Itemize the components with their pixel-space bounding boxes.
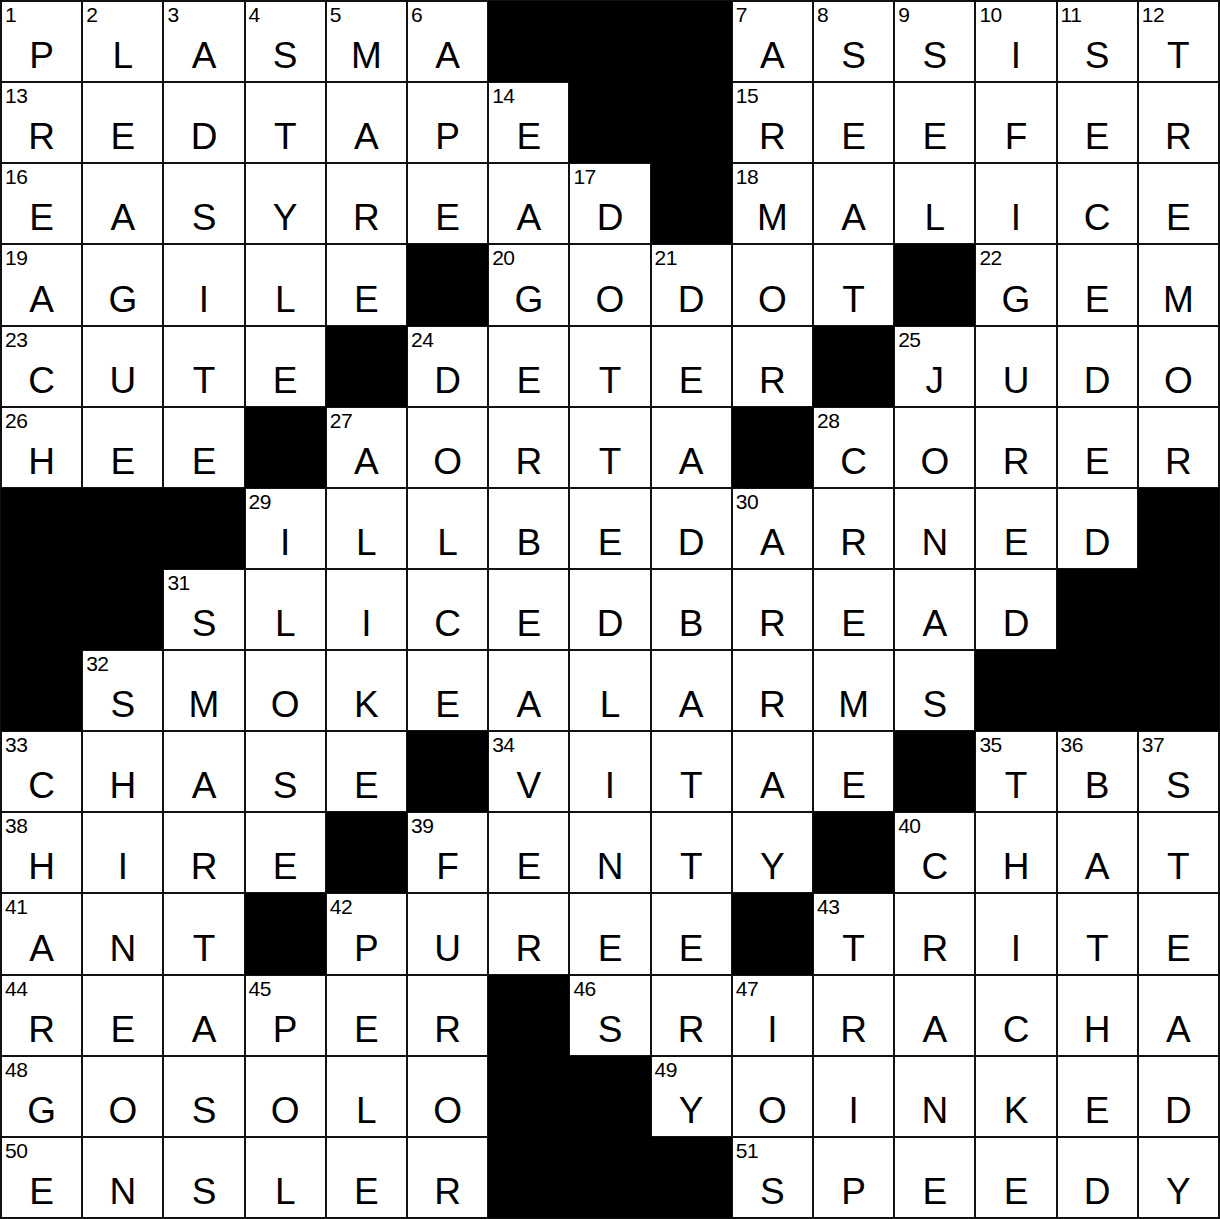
cell-letter: A <box>408 37 487 74</box>
cell-r2c10[interactable]: 15R <box>732 82 813 163</box>
cell-letter: E <box>652 362 731 399</box>
cell-r2c2[interactable]: E <box>82 82 163 163</box>
cell-r10c3[interactable]: A <box>163 731 244 812</box>
cell-r3c14[interactable]: C <box>1057 163 1138 244</box>
cell-r11c9[interactable]: T <box>651 812 732 893</box>
cell-r1c5[interactable]: 5M <box>326 1 407 82</box>
cell-r11c13[interactable]: H <box>975 812 1056 893</box>
cell-r3c1[interactable]: 16E <box>1 163 82 244</box>
cell-r10c10[interactable]: A <box>732 731 813 812</box>
cell-letter: A <box>489 199 568 236</box>
cell-letter: D <box>408 362 487 399</box>
block-cell-r1c8 <box>569 1 650 82</box>
cell-letter: M <box>1139 281 1218 318</box>
cell-r2c14[interactable]: E <box>1057 82 1138 163</box>
cell-r15c1[interactable]: 50E <box>1 1137 82 1218</box>
clue-number: 43 <box>817 894 839 919</box>
cell-r6c6[interactable]: O <box>407 407 488 488</box>
cell-r12c15[interactable]: E <box>1138 893 1219 974</box>
block-cell-r15c9 <box>651 1137 732 1218</box>
clue-number: 21 <box>655 245 677 270</box>
cell-r9c12[interactable]: S <box>894 650 975 731</box>
cell-r10c9[interactable]: T <box>651 731 732 812</box>
cell-letter: E <box>489 118 568 155</box>
cell-r15c14[interactable]: D <box>1057 1137 1138 1218</box>
cell-r7c10[interactable]: 30A <box>732 488 813 569</box>
cell-r5c3[interactable]: T <box>163 326 244 407</box>
cell-r11c8[interactable]: N <box>569 812 650 893</box>
cell-r5c10[interactable]: R <box>732 326 813 407</box>
cell-r14c5[interactable]: L <box>326 1056 407 1137</box>
cell-letter: P <box>327 930 406 967</box>
cell-r3c13[interactable]: I <box>975 163 1056 244</box>
cell-r9c7[interactable]: A <box>488 650 569 731</box>
cell-letter: I <box>327 605 406 642</box>
cell-r8c10[interactable]: R <box>732 569 813 650</box>
cell-r3c15[interactable]: E <box>1138 163 1219 244</box>
cell-r15c4[interactable]: L <box>245 1137 326 1218</box>
block-cell-r2c9 <box>651 82 732 163</box>
cell-r9c8[interactable]: L <box>569 650 650 731</box>
cell-letter: A <box>1058 848 1137 885</box>
cell-letter: E <box>327 767 406 804</box>
cell-letter: R <box>408 1011 487 1048</box>
cell-r12c8[interactable]: E <box>569 893 650 974</box>
cell-r2c15[interactable]: R <box>1138 82 1219 163</box>
cell-r3c11[interactable]: A <box>813 163 894 244</box>
cell-letter: O <box>246 686 325 723</box>
cell-r9c11[interactable]: M <box>813 650 894 731</box>
cell-r4c8[interactable]: O <box>569 244 650 325</box>
cell-letter: O <box>733 281 812 318</box>
cell-r10c11[interactable]: E <box>813 731 894 812</box>
cell-letter: A <box>814 199 893 236</box>
cell-r3c3[interactable]: S <box>163 163 244 244</box>
cell-r5c8[interactable]: T <box>569 326 650 407</box>
cell-r13c1[interactable]: 44R <box>1 975 82 1056</box>
clue-number: 44 <box>5 976 27 1001</box>
cell-r13c14[interactable]: H <box>1057 975 1138 1056</box>
cell-letter: N <box>83 1173 162 1210</box>
clue-number: 15 <box>736 83 758 108</box>
cell-r3c2[interactable]: A <box>82 163 163 244</box>
cell-r4c4[interactable]: L <box>245 244 326 325</box>
cell-r14c11[interactable]: I <box>813 1056 894 1137</box>
cell-r12c11[interactable]: 43T <box>813 893 894 974</box>
cell-r3c7[interactable]: A <box>488 163 569 244</box>
cell-r15c2[interactable]: N <box>82 1137 163 1218</box>
cell-letter: E <box>1058 1092 1137 1129</box>
cell-r11c14[interactable]: A <box>1057 812 1138 893</box>
cell-r6c2[interactable]: E <box>82 407 163 488</box>
cell-r14c12[interactable]: N <box>894 1056 975 1137</box>
cell-r8c12[interactable]: A <box>894 569 975 650</box>
cell-r10c7[interactable]: 34V <box>488 731 569 812</box>
cell-r8c7[interactable]: E <box>488 569 569 650</box>
cell-r8c8[interactable]: D <box>569 569 650 650</box>
cell-letter: E <box>246 362 325 399</box>
cell-r13c8[interactable]: 46S <box>569 975 650 1056</box>
cell-r12c14[interactable]: T <box>1057 893 1138 974</box>
cell-r8c11[interactable]: E <box>813 569 894 650</box>
cell-r6c5[interactable]: 27A <box>326 407 407 488</box>
cell-r11c15[interactable]: T <box>1138 812 1219 893</box>
cell-r15c15[interactable]: Y <box>1138 1137 1219 1218</box>
cell-r6c13[interactable]: R <box>975 407 1056 488</box>
cell-r9c3[interactable]: M <box>163 650 244 731</box>
cell-r12c9[interactable]: E <box>651 893 732 974</box>
cell-letter: C <box>895 848 974 885</box>
clue-number: 35 <box>979 732 1001 757</box>
cell-r15c3[interactable]: S <box>163 1137 244 1218</box>
cell-r3c4[interactable]: Y <box>245 163 326 244</box>
cell-letter: Y <box>1139 1173 1218 1210</box>
cell-letter: R <box>1139 118 1218 155</box>
cell-r7c12[interactable]: N <box>894 488 975 569</box>
cell-letter: R <box>327 199 406 236</box>
cell-r1c15[interactable]: 12T <box>1138 1 1219 82</box>
cell-r14c6[interactable]: O <box>407 1056 488 1137</box>
cell-r15c11[interactable]: P <box>813 1137 894 1218</box>
cell-r5c1[interactable]: 23C <box>1 326 82 407</box>
cell-r1c1[interactable]: 1P <box>1 1 82 82</box>
clue-number: 48 <box>5 1057 27 1082</box>
block-cell-r8c1 <box>1 569 82 650</box>
cell-letter: E <box>814 767 893 804</box>
cell-r5c6[interactable]: 24D <box>407 326 488 407</box>
cell-letter: L <box>895 199 974 236</box>
cell-letter: R <box>2 118 81 155</box>
cell-r11c1[interactable]: 38H <box>1 812 82 893</box>
cell-letter: L <box>408 524 487 561</box>
cell-r8c9[interactable]: B <box>651 569 732 650</box>
cell-r12c7[interactable]: R <box>488 893 569 974</box>
cell-r8c6[interactable]: C <box>407 569 488 650</box>
cell-r12c5[interactable]: 42P <box>326 893 407 974</box>
cell-r4c5[interactable]: E <box>326 244 407 325</box>
cell-letter: Y <box>652 1092 731 1129</box>
cell-letter: O <box>733 1092 812 1129</box>
cell-r13c3[interactable]: A <box>163 975 244 1056</box>
cell-letter: L <box>327 1092 406 1129</box>
clue-number: 39 <box>411 813 433 838</box>
cell-r6c12[interactable]: O <box>894 407 975 488</box>
cell-r5c13[interactable]: U <box>975 326 1056 407</box>
cell-r12c13[interactable]: I <box>975 893 1056 974</box>
cell-letter: C <box>976 1011 1055 1048</box>
cell-r13c4[interactable]: 45P <box>245 975 326 1056</box>
block-cell-r11c5 <box>326 812 407 893</box>
cell-r15c13[interactable]: E <box>975 1137 1056 1218</box>
cell-r1c3[interactable]: 3A <box>163 1 244 82</box>
clue-number: 34 <box>492 732 514 757</box>
cell-r11c3[interactable]: R <box>163 812 244 893</box>
cell-letter: R <box>733 686 812 723</box>
cell-r7c13[interactable]: E <box>975 488 1056 569</box>
cell-r13c10[interactable]: 47I <box>732 975 813 1056</box>
cell-letter: H <box>1058 1011 1137 1048</box>
cell-r13c2[interactable]: E <box>82 975 163 1056</box>
clue-number: 37 <box>1142 732 1164 757</box>
cell-r1c4[interactable]: 4S <box>245 1 326 82</box>
cell-r13c6[interactable]: R <box>407 975 488 1056</box>
cell-r2c1[interactable]: 13R <box>1 82 82 163</box>
cell-r1c14[interactable]: 11S <box>1057 1 1138 82</box>
cell-letter: C <box>2 362 81 399</box>
clue-number: 16 <box>5 164 27 189</box>
cell-letter: E <box>814 118 893 155</box>
cell-r10c13[interactable]: 35T <box>975 731 1056 812</box>
cell-r2c5[interactable]: A <box>326 82 407 163</box>
clue-number: 3 <box>167 2 178 27</box>
clue-number: 8 <box>817 2 828 27</box>
cell-letter: A <box>652 686 731 723</box>
cell-r14c13[interactable]: K <box>975 1056 1056 1137</box>
clue-number: 23 <box>5 327 27 352</box>
cell-letter: T <box>164 362 243 399</box>
cell-letter: A <box>733 524 812 561</box>
cell-letter: M <box>814 686 893 723</box>
cell-r4c10[interactable]: O <box>732 244 813 325</box>
cell-letter: G <box>2 1092 81 1129</box>
cell-r5c7[interactable]: E <box>488 326 569 407</box>
cell-letter: P <box>408 118 487 155</box>
block-cell-r7c15 <box>1138 488 1219 569</box>
cell-r4c3[interactable]: I <box>163 244 244 325</box>
cell-r8c13[interactable]: D <box>975 569 1056 650</box>
cell-letter: E <box>408 686 487 723</box>
cell-r6c11[interactable]: 28C <box>813 407 894 488</box>
cell-r3c10[interactable]: 18M <box>732 163 813 244</box>
cell-letter: D <box>1139 1092 1218 1129</box>
cell-r11c10[interactable]: Y <box>732 812 813 893</box>
clue-number: 1 <box>5 2 16 27</box>
cell-letter: A <box>489 686 568 723</box>
cell-letter: H <box>2 848 81 885</box>
cell-r7c14[interactable]: D <box>1057 488 1138 569</box>
cell-r1c13[interactable]: 10I <box>975 1 1056 82</box>
cell-r1c2[interactable]: 2L <box>82 1 163 82</box>
cell-r2c11[interactable]: E <box>813 82 894 163</box>
cell-letter: D <box>1058 1173 1137 1210</box>
cell-letter: S <box>164 1173 243 1210</box>
cell-r3c8[interactable]: 17D <box>569 163 650 244</box>
clue-number: 31 <box>167 570 189 595</box>
cell-letter: L <box>246 281 325 318</box>
cell-r3c5[interactable]: R <box>326 163 407 244</box>
cell-r15c5[interactable]: E <box>326 1137 407 1218</box>
cell-r13c5[interactable]: E <box>326 975 407 1056</box>
cell-r12c3[interactable]: T <box>163 893 244 974</box>
cell-r2c12[interactable]: E <box>894 82 975 163</box>
cell-r3c6[interactable]: E <box>407 163 488 244</box>
block-cell-r6c10 <box>732 407 813 488</box>
cell-r9c9[interactable]: A <box>651 650 732 731</box>
cell-letter: P <box>246 1011 325 1048</box>
cell-r6c3[interactable]: E <box>163 407 244 488</box>
cell-r14c3[interactable]: S <box>163 1056 244 1137</box>
cell-r6c8[interactable]: T <box>569 407 650 488</box>
cell-letter: O <box>408 1092 487 1129</box>
clue-number: 22 <box>979 245 1001 270</box>
cell-letter: E <box>327 1011 406 1048</box>
clue-number: 40 <box>898 813 920 838</box>
cell-letter: U <box>83 362 162 399</box>
cell-r10c1[interactable]: 33C <box>1 731 82 812</box>
cell-r5c14[interactable]: D <box>1057 326 1138 407</box>
clue-number: 14 <box>492 83 514 108</box>
cell-r9c4[interactable]: O <box>245 650 326 731</box>
cell-r10c8[interactable]: I <box>569 731 650 812</box>
cell-letter: V <box>489 767 568 804</box>
cell-r2c3[interactable]: D <box>163 82 244 163</box>
cell-r2c6[interactable]: P <box>407 82 488 163</box>
cell-r14c2[interactable]: O <box>82 1056 163 1137</box>
cell-r4c9[interactable]: 21D <box>651 244 732 325</box>
cell-r8c3[interactable]: 31S <box>163 569 244 650</box>
cell-r12c2[interactable]: N <box>82 893 163 974</box>
cell-letter: A <box>83 199 162 236</box>
cell-r12c1[interactable]: 41A <box>1 893 82 974</box>
clue-number: 26 <box>5 408 27 433</box>
cell-r5c4[interactable]: E <box>245 326 326 407</box>
cell-letter: Y <box>733 848 812 885</box>
block-cell-r9c15 <box>1138 650 1219 731</box>
cell-r9c6[interactable]: E <box>407 650 488 731</box>
cell-r10c14[interactable]: 36B <box>1057 731 1138 812</box>
cell-letter: J <box>895 362 974 399</box>
cell-r8c4[interactable]: L <box>245 569 326 650</box>
cell-r4c13[interactable]: 22G <box>975 244 1056 325</box>
cell-r6c1[interactable]: 26H <box>1 407 82 488</box>
cell-r13c12[interactable]: A <box>894 975 975 1056</box>
cell-r6c7[interactable]: R <box>488 407 569 488</box>
cell-r15c6[interactable]: R <box>407 1137 488 1218</box>
cell-letter: T <box>1139 848 1218 885</box>
cell-r4c11[interactable]: T <box>813 244 894 325</box>
cell-r13c15[interactable]: A <box>1138 975 1219 1056</box>
cell-r14c14[interactable]: E <box>1057 1056 1138 1137</box>
cell-letter: M <box>733 199 812 236</box>
cell-r2c13[interactable]: F <box>975 82 1056 163</box>
cell-r7c11[interactable]: R <box>813 488 894 569</box>
cell-letter: E <box>489 362 568 399</box>
clue-number: 29 <box>249 489 271 514</box>
cell-r1c10[interactable]: 7A <box>732 1 813 82</box>
cell-r1c12[interactable]: 9S <box>894 1 975 82</box>
cell-r13c13[interactable]: C <box>975 975 1056 1056</box>
cell-r7c9[interactable]: D <box>651 488 732 569</box>
block-cell-r4c6 <box>407 244 488 325</box>
cell-letter: R <box>733 605 812 642</box>
cell-r7c6[interactable]: L <box>407 488 488 569</box>
cell-letter: P <box>2 37 81 74</box>
cell-r15c12[interactable]: E <box>894 1137 975 1218</box>
cell-r6c9[interactable]: A <box>651 407 732 488</box>
cell-r10c4[interactable]: S <box>245 731 326 812</box>
cell-r14c10[interactable]: O <box>732 1056 813 1137</box>
block-cell-r10c12 <box>894 731 975 812</box>
clue-number: 27 <box>330 408 352 433</box>
cell-r9c10[interactable]: R <box>732 650 813 731</box>
cell-r9c2[interactable]: 32S <box>82 650 163 731</box>
cell-r5c15[interactable]: O <box>1138 326 1219 407</box>
cell-letter: G <box>83 281 162 318</box>
cell-r2c4[interactable]: T <box>245 82 326 163</box>
cell-r10c5[interactable]: E <box>326 731 407 812</box>
cell-r8c5[interactable]: I <box>326 569 407 650</box>
cell-r1c11[interactable]: 8S <box>813 1 894 82</box>
cell-r4c2[interactable]: G <box>82 244 163 325</box>
cell-letter: R <box>164 848 243 885</box>
cell-letter: T <box>652 767 731 804</box>
cell-letter: E <box>1139 199 1218 236</box>
block-cell-r13c7 <box>488 975 569 1056</box>
cell-r11c12[interactable]: 40C <box>894 812 975 893</box>
cell-r11c7[interactable]: E <box>488 812 569 893</box>
cell-r5c12[interactable]: 25J <box>894 326 975 407</box>
block-cell-r15c7 <box>488 1137 569 1218</box>
cell-r12c12[interactable]: R <box>894 893 975 974</box>
cell-r10c2[interactable]: H <box>82 731 163 812</box>
cell-r6c14[interactable]: E <box>1057 407 1138 488</box>
cell-r15c10[interactable]: 51S <box>732 1137 813 1218</box>
cell-letter: A <box>327 118 406 155</box>
cell-letter: O <box>1139 362 1218 399</box>
clue-number: 49 <box>655 1057 677 1082</box>
cell-r7c7[interactable]: B <box>488 488 569 569</box>
cell-r11c6[interactable]: 39F <box>407 812 488 893</box>
cell-r7c5[interactable]: L <box>326 488 407 569</box>
cell-r14c1[interactable]: 48G <box>1 1056 82 1137</box>
cell-letter: L <box>570 686 649 723</box>
cell-letter: E <box>327 1173 406 1210</box>
cell-r4c1[interactable]: 19A <box>1 244 82 325</box>
cell-letter: E <box>1139 930 1218 967</box>
cell-r6c15[interactable]: R <box>1138 407 1219 488</box>
cell-r12c6[interactable]: U <box>407 893 488 974</box>
cell-r13c9[interactable]: R <box>651 975 732 1056</box>
cell-letter: D <box>570 605 649 642</box>
cell-r7c8[interactable]: E <box>569 488 650 569</box>
cell-r4c15[interactable]: M <box>1138 244 1219 325</box>
cell-r1c6[interactable]: 6A <box>407 1 488 82</box>
cell-letter: R <box>814 524 893 561</box>
cell-r7c4[interactable]: 29I <box>245 488 326 569</box>
cell-r14c4[interactable]: O <box>245 1056 326 1137</box>
cell-r14c9[interactable]: 49Y <box>651 1056 732 1137</box>
cell-r5c9[interactable]: E <box>651 326 732 407</box>
cell-letter: A <box>733 37 812 74</box>
cell-r3c12[interactable]: L <box>894 163 975 244</box>
cell-letter: C <box>2 767 81 804</box>
cell-r14c15[interactable]: D <box>1138 1056 1219 1137</box>
cell-r11c2[interactable]: I <box>82 812 163 893</box>
cell-r4c7[interactable]: 20G <box>488 244 569 325</box>
cell-letter: D <box>652 281 731 318</box>
cell-r10c15[interactable]: 37S <box>1138 731 1219 812</box>
cell-r5c2[interactable]: U <box>82 326 163 407</box>
cell-r4c14[interactable]: E <box>1057 244 1138 325</box>
cell-r13c11[interactable]: R <box>813 975 894 1056</box>
cell-letter: D <box>570 199 649 236</box>
cell-r2c7[interactable]: 14E <box>488 82 569 163</box>
cell-letter: A <box>164 767 243 804</box>
block-cell-r8c2 <box>82 569 163 650</box>
cell-letter: D <box>652 524 731 561</box>
cell-r11c4[interactable]: E <box>245 812 326 893</box>
cell-r9c5[interactable]: K <box>326 650 407 731</box>
